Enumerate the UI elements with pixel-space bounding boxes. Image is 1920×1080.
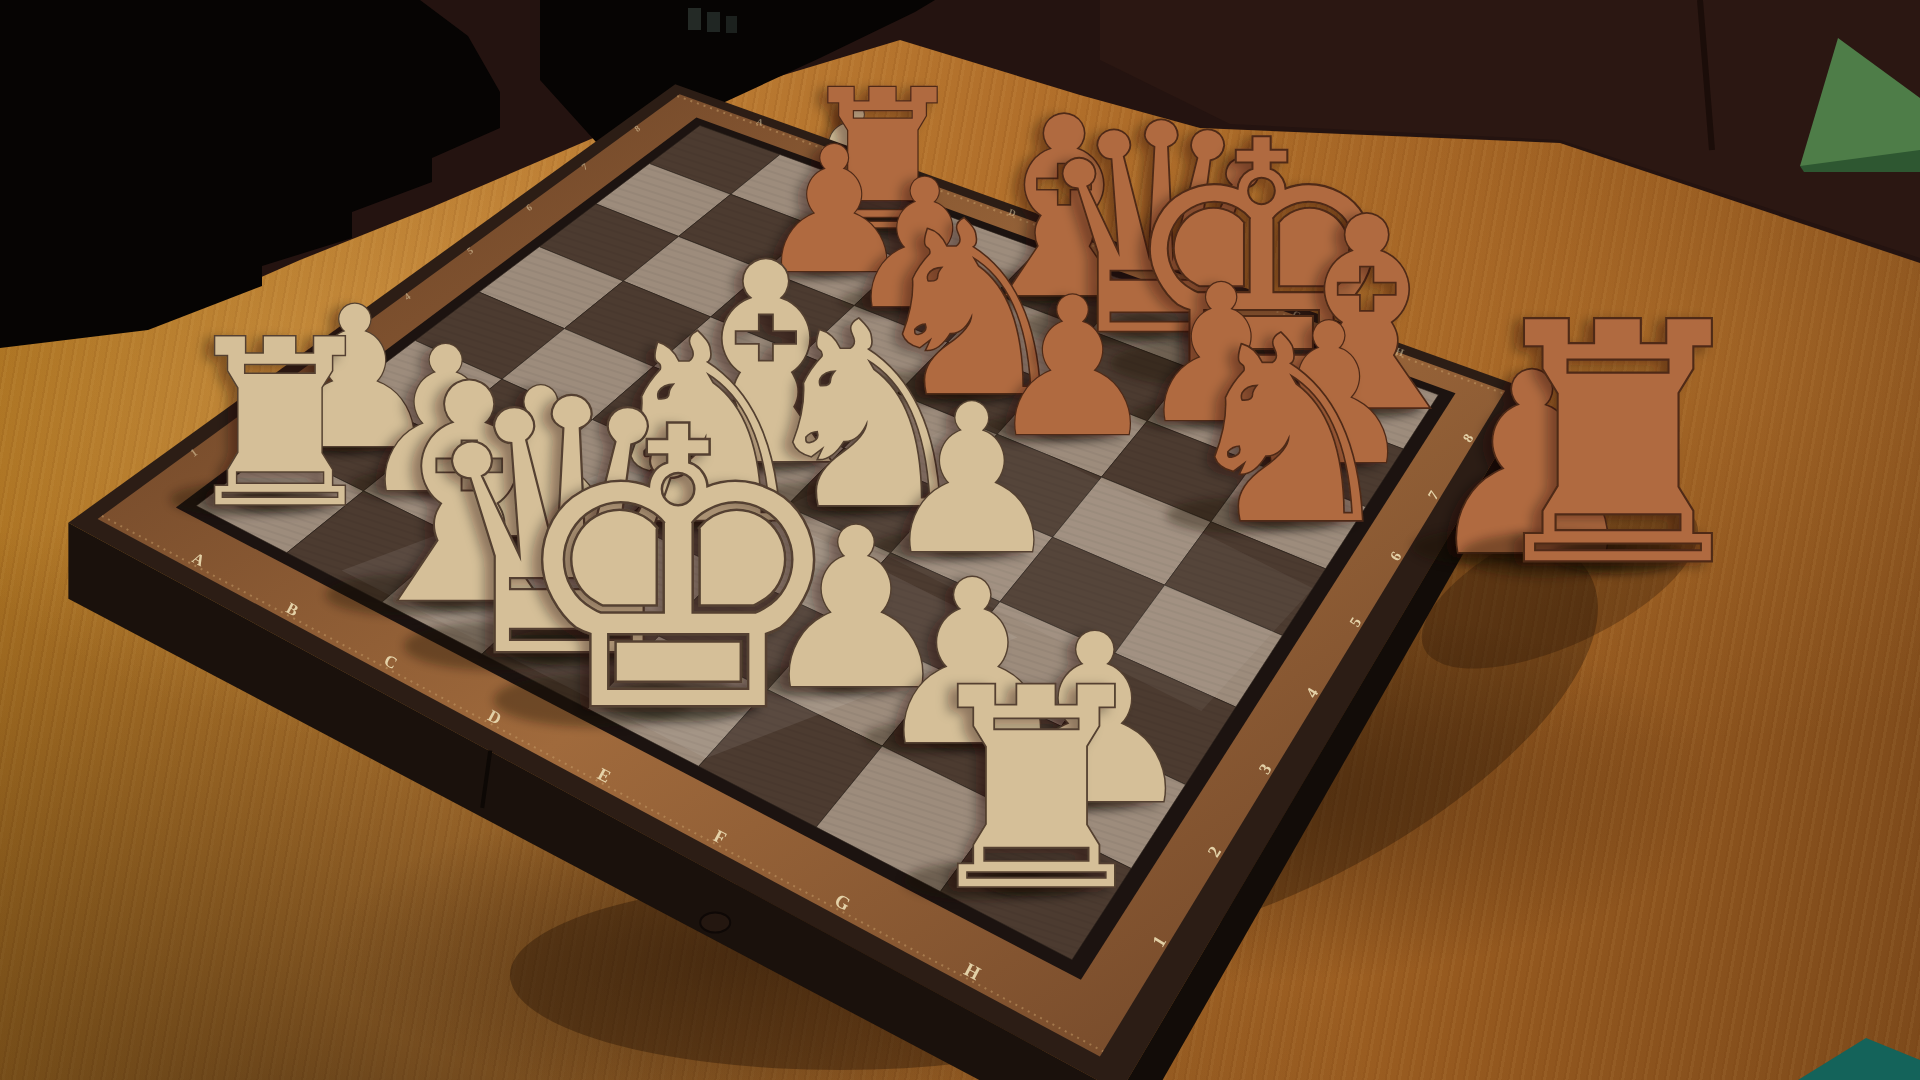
piece-black-knight-h6[interactable]: ♞ [1174, 282, 1404, 580]
piece-white-king-e1[interactable]: ♚ [506, 348, 851, 796]
case-knob [700, 913, 730, 933]
chessboard-layer: ♟AA11BB22CC33DD44EE55FF66GG77HH88♜♟♝♟♛♚♞… [0, 0, 1920, 1080]
piece-black-rook-offboard[interactable]: ♜ [1470, 254, 1766, 638]
scene: ♟AA11BB22CC33DD44EE55FF66GG77HH88♜♟♝♟♛♚♞… [0, 0, 1920, 1080]
piece-white-rook-h1[interactable]: ♜ [913, 630, 1160, 951]
